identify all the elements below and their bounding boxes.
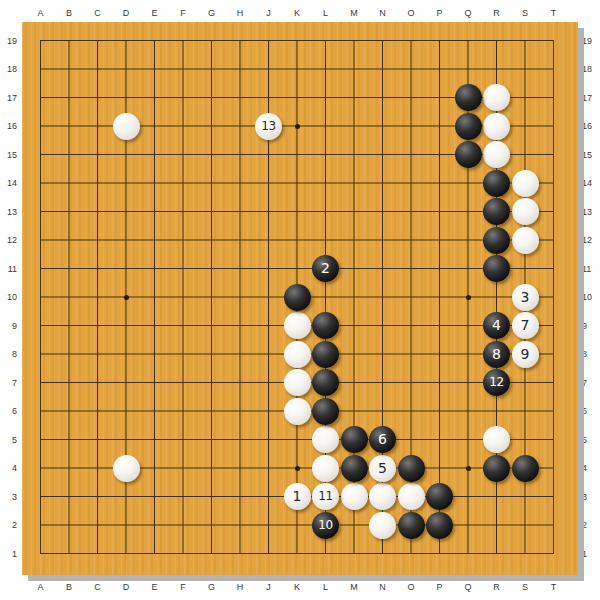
coord-label-col-L: L [316,7,336,19]
coord-label-row-12: 12 [582,234,599,246]
stone-R7[interactable]: 12 [483,369,510,396]
coord-label-row-14: 14 [582,177,599,189]
coord-label-col-E: E [145,7,165,19]
coord-label-row-8: 8 [582,348,599,360]
stone-M3[interactable] [341,483,368,510]
coord-label-col-R: R [487,581,507,593]
coord-label-col-O: O [401,7,421,19]
coord-label-row-9: 9 [582,320,599,332]
stone-L6[interactable] [312,398,339,425]
stone-R13[interactable] [483,198,510,225]
stone-K8[interactable] [284,341,311,368]
stone-S12[interactable] [512,227,539,254]
move-number-label: 5 [369,455,396,482]
stone-L4[interactable] [312,455,339,482]
stone-Q15[interactable] [455,141,482,168]
stone-L2[interactable]: 10 [312,512,339,539]
coord-label-col-T: T [544,7,564,19]
stone-R17[interactable] [483,84,510,111]
coord-label-col-D: D [116,581,136,593]
coord-label-col-R: R [487,7,507,19]
coord-label-row-13: 13 [582,206,599,218]
coord-label-row-3: 3 [0,491,17,503]
coord-label-row-16: 16 [0,120,17,132]
stone-M4[interactable] [341,455,368,482]
coord-label-row-15: 15 [582,149,599,161]
coord-label-col-L: L [316,581,336,593]
coord-label-row-3: 3 [582,491,599,503]
coord-label-row-19: 19 [0,35,17,47]
coord-label-row-18: 18 [582,63,599,75]
coord-label-col-H: H [230,581,250,593]
stone-S13[interactable] [512,198,539,225]
coord-label-row-11: 11 [582,263,599,275]
coord-label-col-P: P [430,581,450,593]
coord-label-row-13: 13 [0,206,17,218]
stone-R9[interactable]: 4 [483,312,510,339]
stone-S10[interactable]: 3 [512,284,539,311]
coord-label-row-18: 18 [0,63,17,75]
stone-M5[interactable] [341,426,368,453]
coord-label-row-14: 14 [0,177,17,189]
move-number-label: 2 [312,255,339,282]
coord-label-col-Q: Q [458,7,478,19]
coord-label-row-11: 11 [0,263,17,275]
coord-label-col-E: E [145,581,165,593]
stone-R4[interactable] [483,455,510,482]
go-board-diagram: ABCDEFGHJKLMNOPQRST ABCDEFGHJKLMNOPQRST … [0,0,600,600]
coord-label-col-A: A [31,7,51,19]
stone-S4[interactable] [512,455,539,482]
move-number-label: 7 [512,312,539,339]
stone-K6[interactable] [284,398,311,425]
stone-Q17[interactable] [455,84,482,111]
move-number-label: 3 [512,284,539,311]
coord-label-col-S: S [515,581,535,593]
coord-label-row-7: 7 [0,377,17,389]
stone-K7[interactable] [284,369,311,396]
coord-label-col-F: F [173,581,193,593]
coord-label-row-2: 2 [582,519,599,531]
coord-label-col-B: B [59,581,79,593]
move-number-label: 12 [483,369,510,396]
stone-N5[interactable]: 6 [369,426,396,453]
coord-label-row-1: 1 [0,548,17,560]
coord-label-row-8: 8 [0,348,17,360]
coord-label-row-16: 16 [582,120,599,132]
stone-L7[interactable] [312,369,339,396]
coord-label-row-4: 4 [582,462,599,474]
stone-O3[interactable] [398,483,425,510]
stone-L5[interactable] [312,426,339,453]
stone-P2[interactable] [426,512,453,539]
goban[interactable]: 12345678910111213 [22,22,578,575]
coord-label-col-M: M [344,581,364,593]
coord-label-row-2: 2 [0,519,17,531]
stone-R5[interactable] [483,426,510,453]
move-number-label: 4 [483,312,510,339]
coord-label-row-17: 17 [582,92,599,104]
move-number-label: 8 [483,341,510,368]
stone-K9[interactable] [284,312,311,339]
stone-R12[interactable] [483,227,510,254]
stone-L9[interactable] [312,312,339,339]
move-number-label: 11 [312,483,339,510]
coord-label-col-S: S [515,7,535,19]
coord-label-col-D: D [116,7,136,19]
coord-label-row-4: 4 [0,462,17,474]
coord-label-row-7: 7 [582,377,599,389]
star-point-Q4 [466,466,471,471]
move-number-label: 1 [284,483,311,510]
coord-label-col-C: C [88,581,108,593]
stone-P3[interactable] [426,483,453,510]
coord-label-row-6: 6 [582,405,599,417]
coord-label-col-A: A [31,581,51,593]
coord-label-col-K: K [287,7,307,19]
coord-label-row-12: 12 [0,234,17,246]
star-point-Q10 [466,295,471,300]
coord-label-col-J: J [259,7,279,19]
coord-label-col-N: N [373,7,393,19]
coord-label-row-10: 10 [582,291,599,303]
coord-label-col-G: G [202,581,222,593]
move-number-label: 9 [512,341,539,368]
stone-K10[interactable] [284,284,311,311]
stone-K3[interactable]: 1 [284,483,311,510]
star-point-K16 [295,124,300,129]
stone-R11[interactable] [483,255,510,282]
coord-label-col-K: K [287,581,307,593]
coord-label-col-T: T [544,581,564,593]
coord-label-col-H: H [230,7,250,19]
stone-N4[interactable]: 5 [369,455,396,482]
coord-label-row-6: 6 [0,405,17,417]
star-point-K4 [295,466,300,471]
stone-L3[interactable]: 11 [312,483,339,510]
coord-label-row-17: 17 [0,92,17,104]
stone-D16[interactable] [113,113,140,140]
coord-label-row-9: 9 [0,320,17,332]
coord-label-col-O: O [401,581,421,593]
coord-label-row-19: 19 [582,35,599,47]
stone-J16[interactable]: 13 [255,113,282,140]
stone-S14[interactable] [512,170,539,197]
stone-O4[interactable] [398,455,425,482]
coord-label-col-F: F [173,7,193,19]
stone-L8[interactable] [312,341,339,368]
coord-label-row-15: 15 [0,149,17,161]
move-number-label: 10 [312,512,339,539]
coord-label-col-C: C [88,7,108,19]
coord-label-col-N: N [373,581,393,593]
coord-label-col-Q: Q [458,581,478,593]
stone-S9[interactable]: 7 [512,312,539,339]
stone-R16[interactable] [483,113,510,140]
move-number-label: 13 [255,113,282,140]
stone-N3[interactable] [369,483,396,510]
stone-D4[interactable] [113,455,140,482]
stone-R8[interactable]: 8 [483,341,510,368]
coord-label-row-1: 1 [582,548,599,560]
stone-L11[interactable]: 2 [312,255,339,282]
coord-label-col-B: B [59,7,79,19]
stone-O2[interactable] [398,512,425,539]
grid-lines[interactable]: 12345678910111213 [40,40,554,554]
coord-label-col-G: G [202,7,222,19]
coord-label-col-J: J [259,581,279,593]
star-point-D10 [124,295,129,300]
coord-label-col-M: M [344,7,364,19]
stone-R14[interactable] [483,170,510,197]
stone-N2[interactable] [369,512,396,539]
coord-label-row-5: 5 [582,434,599,446]
stone-Q16[interactable] [455,113,482,140]
coord-label-col-P: P [430,7,450,19]
coord-label-row-5: 5 [0,434,17,446]
move-number-label: 6 [369,426,396,453]
stone-S8[interactable]: 9 [512,341,539,368]
coord-label-row-10: 10 [0,291,17,303]
stone-R15[interactable] [483,141,510,168]
